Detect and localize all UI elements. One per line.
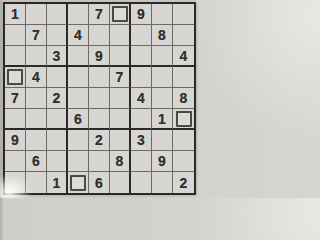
cell-r8c3[interactable] bbox=[47, 151, 68, 172]
given-digit: 8 bbox=[116, 154, 124, 168]
cell-r4c1[interactable] bbox=[5, 67, 26, 88]
cell-r3c5: 9 bbox=[89, 46, 110, 67]
given-digit: 9 bbox=[95, 49, 103, 63]
cell-r8c1[interactable] bbox=[5, 151, 26, 172]
given-digit: 4 bbox=[137, 91, 145, 105]
answer-box bbox=[112, 6, 128, 22]
cell-r5c6[interactable] bbox=[110, 88, 131, 109]
given-digit: 6 bbox=[95, 176, 103, 190]
cell-r8c9[interactable] bbox=[173, 151, 194, 172]
cell-r4c2: 4 bbox=[26, 67, 47, 88]
cell-r8c4[interactable] bbox=[68, 151, 89, 172]
cell-r3c6[interactable] bbox=[110, 46, 131, 67]
cell-r5c4[interactable] bbox=[68, 88, 89, 109]
given-digit: 2 bbox=[95, 133, 103, 147]
cell-r9c3: 1 bbox=[47, 172, 68, 193]
answer-box bbox=[176, 111, 192, 127]
cell-r5c9: 8 bbox=[173, 88, 194, 109]
given-digit: 9 bbox=[158, 154, 166, 168]
given-digit: 6 bbox=[74, 112, 82, 126]
given-digit: 4 bbox=[180, 49, 188, 63]
cell-r4c3[interactable] bbox=[47, 67, 68, 88]
given-digit: 4 bbox=[32, 70, 40, 84]
cell-r9c2[interactable] bbox=[26, 172, 47, 193]
cell-r1c4[interactable] bbox=[68, 4, 89, 25]
cell-r6c2[interactable] bbox=[26, 109, 47, 130]
cell-r3c3: 3 bbox=[47, 46, 68, 67]
cell-r2c5[interactable] bbox=[89, 25, 110, 46]
given-digit: 9 bbox=[11, 133, 19, 147]
cell-r5c3: 2 bbox=[47, 88, 68, 109]
cell-r1c6[interactable] bbox=[110, 4, 131, 25]
cell-r9c1[interactable] bbox=[5, 172, 26, 193]
cell-r4c6: 7 bbox=[110, 67, 131, 88]
given-digit: 8 bbox=[180, 91, 188, 105]
cell-r2c6[interactable] bbox=[110, 25, 131, 46]
cell-r3c1[interactable] bbox=[5, 46, 26, 67]
cell-r6c1[interactable] bbox=[5, 109, 26, 130]
cell-r1c1: 1 bbox=[5, 4, 26, 25]
given-digit: 4 bbox=[74, 28, 82, 42]
cell-r7c8[interactable] bbox=[152, 130, 173, 151]
given-digit: 3 bbox=[53, 49, 61, 63]
given-digit: 7 bbox=[11, 91, 19, 105]
given-digit: 1 bbox=[11, 7, 19, 21]
cell-r9c4[interactable] bbox=[68, 172, 89, 193]
cell-r9c8[interactable] bbox=[152, 172, 173, 193]
cell-r2c8: 8 bbox=[152, 25, 173, 46]
cell-r7c6[interactable] bbox=[110, 130, 131, 151]
cell-r5c8[interactable] bbox=[152, 88, 173, 109]
cell-r7c1: 9 bbox=[5, 130, 26, 151]
cell-r2c1[interactable] bbox=[5, 25, 26, 46]
cell-r7c7: 3 bbox=[131, 130, 152, 151]
cell-r2c4: 4 bbox=[68, 25, 89, 46]
cell-r6c3[interactable] bbox=[47, 109, 68, 130]
cell-r7c5: 2 bbox=[89, 130, 110, 151]
answer-box bbox=[70, 175, 86, 191]
cell-r6c7[interactable] bbox=[131, 109, 152, 130]
cell-r4c8[interactable] bbox=[152, 67, 173, 88]
given-digit: 1 bbox=[53, 176, 61, 190]
sudoku-board: 17974839447724861923689162 bbox=[3, 2, 196, 195]
cell-r3c9: 4 bbox=[173, 46, 194, 67]
cell-r1c7: 9 bbox=[131, 4, 152, 25]
cell-r7c4[interactable] bbox=[68, 130, 89, 151]
cell-r1c8[interactable] bbox=[152, 4, 173, 25]
cell-r3c8[interactable] bbox=[152, 46, 173, 67]
given-digit: 6 bbox=[32, 154, 40, 168]
cell-r8c6: 8 bbox=[110, 151, 131, 172]
cell-r2c3[interactable] bbox=[47, 25, 68, 46]
cell-r3c4[interactable] bbox=[68, 46, 89, 67]
cell-r4c5[interactable] bbox=[89, 67, 110, 88]
cell-r4c7[interactable] bbox=[131, 67, 152, 88]
given-digit: 2 bbox=[180, 176, 188, 190]
given-digit: 3 bbox=[137, 133, 145, 147]
given-digit: 7 bbox=[116, 70, 124, 84]
cell-r5c2[interactable] bbox=[26, 88, 47, 109]
given-digit: 2 bbox=[53, 91, 61, 105]
cell-r9c7[interactable] bbox=[131, 172, 152, 193]
cell-r2c9[interactable] bbox=[173, 25, 194, 46]
cell-r7c9[interactable] bbox=[173, 130, 194, 151]
given-digit: 7 bbox=[95, 7, 103, 21]
cell-r6c6[interactable] bbox=[110, 109, 131, 130]
cell-r7c3[interactable] bbox=[47, 130, 68, 151]
cell-r8c8: 9 bbox=[152, 151, 173, 172]
cell-r2c7[interactable] bbox=[131, 25, 152, 46]
cell-r1c2[interactable] bbox=[26, 4, 47, 25]
cell-r6c9[interactable] bbox=[173, 109, 194, 130]
cell-r1c9[interactable] bbox=[173, 4, 194, 25]
cell-r1c5: 7 bbox=[89, 4, 110, 25]
cell-r3c7[interactable] bbox=[131, 46, 152, 67]
cell-r3c2[interactable] bbox=[26, 46, 47, 67]
cell-r1c3[interactable] bbox=[47, 4, 68, 25]
given-digit: 9 bbox=[137, 7, 145, 21]
given-digit: 8 bbox=[158, 28, 166, 42]
given-digit: 1 bbox=[158, 112, 166, 126]
cell-r5c1: 7 bbox=[5, 88, 26, 109]
answer-box bbox=[7, 69, 23, 85]
given-digit: 7 bbox=[32, 28, 40, 42]
cell-r9c9: 2 bbox=[173, 172, 194, 193]
cell-r4c9[interactable] bbox=[173, 67, 194, 88]
cell-r5c7: 4 bbox=[131, 88, 152, 109]
cell-r4c4[interactable] bbox=[68, 67, 89, 88]
cell-r5c5[interactable] bbox=[89, 88, 110, 109]
cell-r8c5[interactable] bbox=[89, 151, 110, 172]
cell-r6c4: 6 bbox=[68, 109, 89, 130]
cell-r2c2: 7 bbox=[26, 25, 47, 46]
newsprint-photo-background: { "game": "sudoku", "grid_size": {"rows"… bbox=[0, 0, 200, 198]
cell-r9c6[interactable] bbox=[110, 172, 131, 193]
cell-r9c5: 6 bbox=[89, 172, 110, 193]
cell-r6c8: 1 bbox=[152, 109, 173, 130]
cell-r7c2[interactable] bbox=[26, 130, 47, 151]
cell-r6c5[interactable] bbox=[89, 109, 110, 130]
cell-r8c7[interactable] bbox=[131, 151, 152, 172]
cell-r8c2: 6 bbox=[26, 151, 47, 172]
